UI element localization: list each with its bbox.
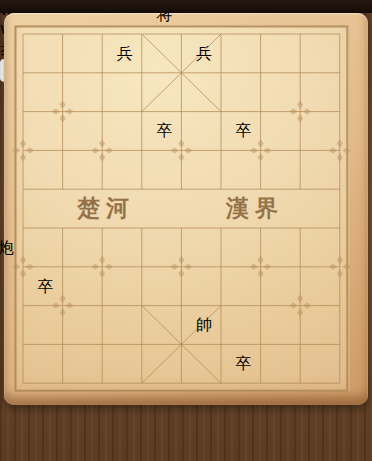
piece-character: 炮: [0, 238, 14, 257]
piece-character: 兵: [117, 44, 133, 63]
piece-character: 卒: [236, 121, 252, 140]
piece-black-soldier[interactable]: 卒: [38, 277, 88, 327]
piece-black-soldier[interactable]: 卒: [236, 354, 286, 404]
piece-character: 卒: [156, 121, 172, 140]
piece-character: 卒: [38, 277, 54, 296]
pieces-layer: 将兵兵卒卒炮卒帥卒: [0, 0, 372, 461]
top-bar: [0, 0, 372, 13]
piece-black-soldier[interactable]: 卒: [156, 121, 206, 171]
piece-red-soldier[interactable]: 兵: [117, 44, 167, 94]
xiangqi-game-screen: 楚河 漢界 将兵兵卒卒炮卒帥卒 www.hackhome.com www.hac…: [0, 0, 372, 461]
piece-red-soldier[interactable]: 兵: [196, 44, 246, 94]
piece-character: 帥: [196, 315, 212, 334]
piece-black-soldier[interactable]: 卒: [236, 121, 286, 171]
piece-character: 卒: [236, 354, 252, 373]
piece-character: 兵: [196, 44, 212, 63]
